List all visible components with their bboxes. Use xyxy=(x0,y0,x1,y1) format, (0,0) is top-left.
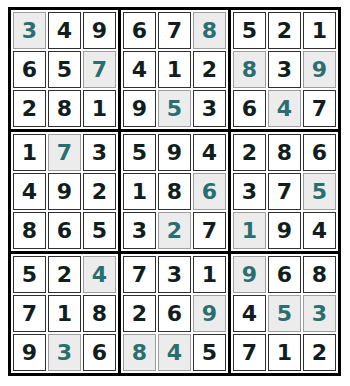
cell-r3c7[interactable]: 6 xyxy=(233,90,266,127)
cell-r1c1[interactable]: 3 xyxy=(13,12,46,49)
box-r3c2: 731269845 xyxy=(121,254,228,373)
cell-r3c5[interactable]: 5 xyxy=(158,90,191,127)
cell-r5c4[interactable]: 1 xyxy=(123,173,156,210)
box-r3c3: 968453712 xyxy=(231,254,338,373)
cell-r9c2[interactable]: 3 xyxy=(48,334,81,371)
cell-r2c8[interactable]: 3 xyxy=(268,51,301,88)
cell-r4c8[interactable]: 8 xyxy=(268,134,301,171)
cell-r2c3[interactable]: 7 xyxy=(83,51,116,88)
cell-r8c6[interactable]: 9 xyxy=(193,295,226,332)
cell-r4c4[interactable]: 5 xyxy=(123,134,156,171)
cell-r6c8[interactable]: 9 xyxy=(268,212,301,249)
cell-r8c5[interactable]: 6 xyxy=(158,295,191,332)
cell-r5c3[interactable]: 2 xyxy=(83,173,116,210)
cell-r9c6[interactable]: 5 xyxy=(193,334,226,371)
cell-r2c9[interactable]: 9 xyxy=(303,51,336,88)
cell-r1c7[interactable]: 5 xyxy=(233,12,266,49)
box-r2c3: 286375194 xyxy=(231,132,338,251)
cell-r7c3[interactable]: 4 xyxy=(83,256,116,293)
cell-r2c1[interactable]: 6 xyxy=(13,51,46,88)
cell-r7c5[interactable]: 3 xyxy=(158,256,191,293)
cell-r3c3[interactable]: 1 xyxy=(83,90,116,127)
cell-r6c2[interactable]: 6 xyxy=(48,212,81,249)
cell-r5c6[interactable]: 6 xyxy=(193,173,226,210)
cell-r7c2[interactable]: 2 xyxy=(48,256,81,293)
box-r2c1: 173492865 xyxy=(11,132,118,251)
cell-r7c1[interactable]: 5 xyxy=(13,256,46,293)
cell-r6c6[interactable]: 7 xyxy=(193,212,226,249)
cell-r1c6[interactable]: 8 xyxy=(193,12,226,49)
cell-r9c4[interactable]: 8 xyxy=(123,334,156,371)
cell-r4c5[interactable]: 9 xyxy=(158,134,191,171)
cell-r6c9[interactable]: 4 xyxy=(303,212,336,249)
cell-r9c9[interactable]: 2 xyxy=(303,334,336,371)
cell-r5c1[interactable]: 4 xyxy=(13,173,46,210)
cell-r6c3[interactable]: 5 xyxy=(83,212,116,249)
cell-r5c8[interactable]: 7 xyxy=(268,173,301,210)
cell-r1c8[interactable]: 2 xyxy=(268,12,301,49)
cell-r7c9[interactable]: 8 xyxy=(303,256,336,293)
cell-r5c9[interactable]: 5 xyxy=(303,173,336,210)
cell-r1c3[interactable]: 9 xyxy=(83,12,116,49)
cell-r3c6[interactable]: 3 xyxy=(193,90,226,127)
cell-r4c2[interactable]: 7 xyxy=(48,134,81,171)
cell-r9c7[interactable]: 7 xyxy=(233,334,266,371)
cell-r5c5[interactable]: 8 xyxy=(158,173,191,210)
box-r1c3: 521839647 xyxy=(231,10,338,129)
cell-r3c9[interactable]: 7 xyxy=(303,90,336,127)
cell-r4c9[interactable]: 6 xyxy=(303,134,336,171)
cell-r4c6[interactable]: 4 xyxy=(193,134,226,171)
cell-r1c4[interactable]: 6 xyxy=(123,12,156,49)
cell-r9c3[interactable]: 6 xyxy=(83,334,116,371)
cell-r1c2[interactable]: 4 xyxy=(48,12,81,49)
box-r2c2: 594186327 xyxy=(121,132,228,251)
cell-r6c5[interactable]: 2 xyxy=(158,212,191,249)
cell-r9c8[interactable]: 1 xyxy=(268,334,301,371)
cell-r8c3[interactable]: 8 xyxy=(83,295,116,332)
cell-r3c2[interactable]: 8 xyxy=(48,90,81,127)
cell-r4c7[interactable]: 2 xyxy=(233,134,266,171)
cell-r1c5[interactable]: 7 xyxy=(158,12,191,49)
cell-r7c7[interactable]: 9 xyxy=(233,256,266,293)
cell-r2c6[interactable]: 2 xyxy=(193,51,226,88)
cell-r2c2[interactable]: 5 xyxy=(48,51,81,88)
cell-r5c7[interactable]: 3 xyxy=(233,173,266,210)
box-r1c1: 349657281 xyxy=(11,10,118,129)
cell-r6c7[interactable]: 1 xyxy=(233,212,266,249)
cell-r3c4[interactable]: 9 xyxy=(123,90,156,127)
cell-r8c2[interactable]: 1 xyxy=(48,295,81,332)
cell-r2c5[interactable]: 1 xyxy=(158,51,191,88)
cell-r3c1[interactable]: 2 xyxy=(13,90,46,127)
cell-r1c9[interactable]: 1 xyxy=(303,12,336,49)
cell-r8c7[interactable]: 4 xyxy=(233,295,266,332)
sudoku-board: 3496572816784129535218396471734928655941… xyxy=(8,7,341,376)
cell-r7c4[interactable]: 7 xyxy=(123,256,156,293)
cell-r5c2[interactable]: 9 xyxy=(48,173,81,210)
cell-r4c3[interactable]: 3 xyxy=(83,134,116,171)
cell-r6c4[interactable]: 3 xyxy=(123,212,156,249)
cell-r6c1[interactable]: 8 xyxy=(13,212,46,249)
cell-r8c8[interactable]: 5 xyxy=(268,295,301,332)
cell-r8c9[interactable]: 3 xyxy=(303,295,336,332)
cell-r2c7[interactable]: 8 xyxy=(233,51,266,88)
box-r1c2: 678412953 xyxy=(121,10,228,129)
cell-r7c8[interactable]: 6 xyxy=(268,256,301,293)
cell-r9c1[interactable]: 9 xyxy=(13,334,46,371)
cell-r9c5[interactable]: 4 xyxy=(158,334,191,371)
cell-r2c4[interactable]: 4 xyxy=(123,51,156,88)
cell-r3c8[interactable]: 4 xyxy=(268,90,301,127)
box-r3c1: 524718936 xyxy=(11,254,118,373)
cell-r8c1[interactable]: 7 xyxy=(13,295,46,332)
cell-r4c1[interactable]: 1 xyxy=(13,134,46,171)
cell-r7c6[interactable]: 1 xyxy=(193,256,226,293)
cell-r8c4[interactable]: 2 xyxy=(123,295,156,332)
